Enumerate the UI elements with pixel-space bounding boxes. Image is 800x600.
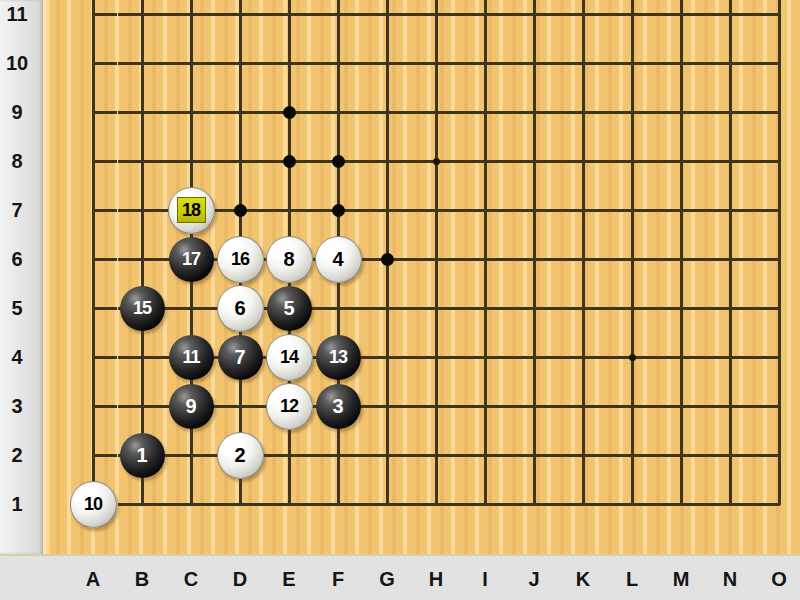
board-cell-B7[interactable] xyxy=(118,186,167,235)
go-board-grid: 181716841565117141391231210 xyxy=(69,0,800,529)
board-cell-A9[interactable] xyxy=(69,88,118,137)
column-label-I: I xyxy=(470,568,500,590)
move-number: 10 xyxy=(84,495,102,513)
last-move-badge: 18 xyxy=(177,197,206,223)
board-cell-O2[interactable] xyxy=(755,431,800,480)
move-number: 15 xyxy=(133,299,151,317)
board-cell-B3[interactable] xyxy=(118,382,167,431)
board-cell-A3[interactable] xyxy=(69,382,118,431)
column-coordinate-strip: ABCDEFGHIJKLMNO xyxy=(0,554,800,600)
row-label-6: 6 xyxy=(0,248,34,270)
board-cell-G6[interactable] xyxy=(363,235,412,284)
board-cell-J6[interactable] xyxy=(510,235,559,284)
marker-dot xyxy=(234,204,247,217)
board-cell-J2[interactable] xyxy=(510,431,559,480)
stone-white-4: 4 xyxy=(315,236,362,283)
marker-dot xyxy=(381,253,394,266)
board-cell-M11[interactable] xyxy=(657,0,706,39)
move-number: 11 xyxy=(182,348,199,366)
board-cell-L9[interactable] xyxy=(608,88,657,137)
board-cell-G1[interactable] xyxy=(363,480,412,529)
board-cell-I11[interactable] xyxy=(461,0,510,39)
move-number: 14 xyxy=(280,348,298,366)
move-number: 2 xyxy=(234,445,245,465)
board-cell-L11[interactable] xyxy=(608,0,657,39)
board-cell-F9[interactable] xyxy=(314,88,363,137)
board-cell-K9[interactable] xyxy=(559,88,608,137)
board-cell-C7[interactable]: 18 xyxy=(167,186,216,235)
board-cell-I4[interactable] xyxy=(461,333,510,382)
board-cell-B5[interactable]: 15 xyxy=(118,284,167,333)
board-cell-G9[interactable] xyxy=(363,88,412,137)
board-cell-M6[interactable] xyxy=(657,235,706,284)
board-cell-K7[interactable] xyxy=(559,186,608,235)
board-cell-E9[interactable] xyxy=(265,88,314,137)
board-cell-F4[interactable]: 13 xyxy=(314,333,363,382)
move-number: 1 xyxy=(136,445,147,465)
board-cell-J7[interactable] xyxy=(510,186,559,235)
stone-black-9: 9 xyxy=(169,384,214,429)
board-cell-O1[interactable] xyxy=(755,480,800,529)
move-number: 6 xyxy=(234,298,245,318)
board-cell-A4[interactable] xyxy=(69,333,118,382)
board-cell-F2[interactable] xyxy=(314,431,363,480)
board-cell-O9[interactable] xyxy=(755,88,800,137)
marker-dot xyxy=(332,204,345,217)
board-cell-M8[interactable] xyxy=(657,137,706,186)
board-cell-L10[interactable] xyxy=(608,39,657,88)
move-number: 3 xyxy=(332,396,343,416)
row-label-7: 7 xyxy=(0,199,34,221)
board-cell-L7[interactable] xyxy=(608,186,657,235)
board-cell-N6[interactable] xyxy=(706,235,755,284)
board-cell-A8[interactable] xyxy=(69,137,118,186)
board-cell-L2[interactable] xyxy=(608,431,657,480)
board-cell-J8[interactable] xyxy=(510,137,559,186)
board-cell-E5[interactable]: 5 xyxy=(265,284,314,333)
board-cell-B9[interactable] xyxy=(118,88,167,137)
board-cell-B1[interactable] xyxy=(118,480,167,529)
board-cell-G5[interactable] xyxy=(363,284,412,333)
column-label-E: E xyxy=(274,568,304,590)
board-cell-F10[interactable] xyxy=(314,39,363,88)
board-cell-I2[interactable] xyxy=(461,431,510,480)
column-label-K: K xyxy=(568,568,598,590)
row-label-4: 4 xyxy=(0,346,34,368)
board-cell-F1[interactable] xyxy=(314,480,363,529)
stone-white-10: 10 xyxy=(70,481,117,528)
board-cell-G7[interactable] xyxy=(363,186,412,235)
row-label-9: 9 xyxy=(0,101,34,123)
stone-white-18: 18 xyxy=(168,187,215,234)
board-cell-E8[interactable] xyxy=(265,137,314,186)
marker-dot xyxy=(283,106,296,119)
board-cell-F11[interactable] xyxy=(314,0,363,39)
board-cell-E1[interactable] xyxy=(265,480,314,529)
move-number: 12 xyxy=(280,397,298,415)
board-cell-I9[interactable] xyxy=(461,88,510,137)
board-cell-N4[interactable] xyxy=(706,333,755,382)
board-cell-B11[interactable] xyxy=(118,0,167,39)
stone-white-16: 16 xyxy=(217,236,264,283)
board-cell-O4[interactable] xyxy=(755,333,800,382)
stone-black-7: 7 xyxy=(218,335,263,380)
board-cell-N5[interactable] xyxy=(706,284,755,333)
star-point xyxy=(433,158,440,165)
board-cell-A7[interactable] xyxy=(69,186,118,235)
board-cell-J3[interactable] xyxy=(510,382,559,431)
board-cell-F6[interactable]: 4 xyxy=(314,235,363,284)
board-cell-A1[interactable]: 10 xyxy=(69,480,118,529)
board-cell-M2[interactable] xyxy=(657,431,706,480)
board-cell-J1[interactable] xyxy=(510,480,559,529)
board-cell-D11[interactable] xyxy=(216,0,265,39)
board-cell-I3[interactable] xyxy=(461,382,510,431)
board-cell-E2[interactable] xyxy=(265,431,314,480)
board-cell-B2[interactable]: 1 xyxy=(118,431,167,480)
board-cell-C2[interactable] xyxy=(167,431,216,480)
board-cell-D3[interactable] xyxy=(216,382,265,431)
stone-white-14: 14 xyxy=(266,334,313,381)
board-cell-H10[interactable] xyxy=(412,39,461,88)
board-cell-B6[interactable] xyxy=(118,235,167,284)
board-cell-L8[interactable] xyxy=(608,137,657,186)
board-cell-H5[interactable] xyxy=(412,284,461,333)
move-number: 16 xyxy=(231,250,249,268)
board-cell-F3[interactable]: 3 xyxy=(314,382,363,431)
board-cell-D5[interactable]: 6 xyxy=(216,284,265,333)
board-cell-B10[interactable] xyxy=(118,39,167,88)
go-board-app: 181716841565117141391231210 111098765432… xyxy=(0,0,800,600)
move-number: 13 xyxy=(329,348,347,366)
board-cell-B8[interactable] xyxy=(118,137,167,186)
board-cell-J11[interactable] xyxy=(510,0,559,39)
stone-black-5: 5 xyxy=(267,286,312,331)
column-label-H: H xyxy=(421,568,451,590)
board-cell-D9[interactable] xyxy=(216,88,265,137)
board-cell-D1[interactable] xyxy=(216,480,265,529)
board-cell-L1[interactable] xyxy=(608,480,657,529)
move-number: 7 xyxy=(234,347,245,367)
column-label-D: D xyxy=(225,568,255,590)
board-cell-D8[interactable] xyxy=(216,137,265,186)
board-cell-I1[interactable] xyxy=(461,480,510,529)
marker-dot xyxy=(332,155,345,168)
board-cell-E11[interactable] xyxy=(265,0,314,39)
row-label-1: 1 xyxy=(0,493,34,515)
board-cell-E7[interactable] xyxy=(265,186,314,235)
board-cell-G2[interactable] xyxy=(363,431,412,480)
board-cell-O6[interactable] xyxy=(755,235,800,284)
board-cell-C4[interactable]: 11 xyxy=(167,333,216,382)
board-cell-N10[interactable] xyxy=(706,39,755,88)
board-cell-N1[interactable] xyxy=(706,480,755,529)
board-cell-A2[interactable] xyxy=(69,431,118,480)
board-cell-A10[interactable] xyxy=(69,39,118,88)
board-cell-N9[interactable] xyxy=(706,88,755,137)
board-cell-J4[interactable] xyxy=(510,333,559,382)
board-cell-O5[interactable] xyxy=(755,284,800,333)
board-cell-K3[interactable] xyxy=(559,382,608,431)
board-cell-K6[interactable] xyxy=(559,235,608,284)
row-coordinate-strip: 1110987654321 xyxy=(0,0,43,554)
column-label-J: J xyxy=(519,568,549,590)
board-cell-H11[interactable] xyxy=(412,0,461,39)
column-label-G: G xyxy=(372,568,402,590)
board-cell-H2[interactable] xyxy=(412,431,461,480)
board-cell-I10[interactable] xyxy=(461,39,510,88)
board-cell-C5[interactable] xyxy=(167,284,216,333)
board-cell-G8[interactable] xyxy=(363,137,412,186)
board-cell-J9[interactable] xyxy=(510,88,559,137)
board-cell-H8[interactable] xyxy=(412,137,461,186)
board-cell-E10[interactable] xyxy=(265,39,314,88)
column-label-A: A xyxy=(78,568,108,590)
move-number: 9 xyxy=(185,396,196,416)
row-label-5: 5 xyxy=(0,297,34,319)
column-label-C: C xyxy=(176,568,206,590)
column-label-N: N xyxy=(715,568,745,590)
stone-black-11: 11 xyxy=(169,335,214,380)
board-cell-F8[interactable] xyxy=(314,137,363,186)
board-cell-L3[interactable] xyxy=(608,382,657,431)
board-cell-N11[interactable] xyxy=(706,0,755,39)
stone-black-13: 13 xyxy=(316,335,361,380)
board-cell-O7[interactable] xyxy=(755,186,800,235)
board-cell-M4[interactable] xyxy=(657,333,706,382)
board-cell-G3[interactable] xyxy=(363,382,412,431)
board-cell-E3[interactable]: 12 xyxy=(265,382,314,431)
board-cell-I6[interactable] xyxy=(461,235,510,284)
board-cell-M9[interactable] xyxy=(657,88,706,137)
board-cell-C11[interactable] xyxy=(167,0,216,39)
board-cell-K1[interactable] xyxy=(559,480,608,529)
board-cell-M3[interactable] xyxy=(657,382,706,431)
board-cell-F7[interactable] xyxy=(314,186,363,235)
stone-black-1: 1 xyxy=(120,433,165,478)
board-cell-D4[interactable]: 7 xyxy=(216,333,265,382)
stone-white-8: 8 xyxy=(266,236,313,283)
row-label-2: 2 xyxy=(0,444,34,466)
move-number: 4 xyxy=(332,249,343,269)
board-cell-A5[interactable] xyxy=(69,284,118,333)
board-cell-O11[interactable] xyxy=(755,0,800,39)
move-number: 17 xyxy=(182,250,200,268)
board-cell-A11[interactable] xyxy=(69,0,118,39)
board-cell-C9[interactable] xyxy=(167,88,216,137)
board-cell-F5[interactable] xyxy=(314,284,363,333)
board-cell-M5[interactable] xyxy=(657,284,706,333)
board-cell-C10[interactable] xyxy=(167,39,216,88)
stone-black-3: 3 xyxy=(316,384,361,429)
marker-dot xyxy=(283,155,296,168)
star-point xyxy=(629,354,636,361)
row-label-10: 10 xyxy=(0,52,34,74)
board-cell-D2[interactable]: 2 xyxy=(216,431,265,480)
board-cell-N3[interactable] xyxy=(706,382,755,431)
board-cell-O3[interactable] xyxy=(755,382,800,431)
board-cell-N8[interactable] xyxy=(706,137,755,186)
row-label-11: 11 xyxy=(0,3,34,25)
board-cell-G11[interactable] xyxy=(363,0,412,39)
board-cell-K8[interactable] xyxy=(559,137,608,186)
board-cell-B4[interactable] xyxy=(118,333,167,382)
board-cell-J10[interactable] xyxy=(510,39,559,88)
board-cell-N7[interactable] xyxy=(706,186,755,235)
board-cell-C3[interactable]: 9 xyxy=(167,382,216,431)
go-board: 181716841565117141391231210 xyxy=(43,0,800,554)
move-number: 8 xyxy=(283,249,294,269)
board-cell-M10[interactable] xyxy=(657,39,706,88)
column-label-O: O xyxy=(764,568,794,590)
board-cell-H3[interactable] xyxy=(412,382,461,431)
column-label-B: B xyxy=(127,568,157,590)
board-cell-D7[interactable] xyxy=(216,186,265,235)
stone-white-6: 6 xyxy=(217,285,264,332)
board-cell-I8[interactable] xyxy=(461,137,510,186)
board-cell-H9[interactable] xyxy=(412,88,461,137)
board-cell-C1[interactable] xyxy=(167,480,216,529)
board-cell-L6[interactable] xyxy=(608,235,657,284)
board-cell-H6[interactable] xyxy=(412,235,461,284)
column-label-L: L xyxy=(617,568,647,590)
stone-black-17: 17 xyxy=(169,237,214,282)
board-cell-A6[interactable] xyxy=(69,235,118,284)
board-cell-C8[interactable] xyxy=(167,137,216,186)
column-label-M: M xyxy=(666,568,696,590)
board-cell-C6[interactable]: 17 xyxy=(167,235,216,284)
board-cell-G10[interactable] xyxy=(363,39,412,88)
board-cell-K2[interactable] xyxy=(559,431,608,480)
stone-white-2: 2 xyxy=(217,432,264,479)
board-cell-O8[interactable] xyxy=(755,137,800,186)
stone-white-12: 12 xyxy=(266,383,313,430)
board-cell-K11[interactable] xyxy=(559,0,608,39)
board-cell-H1[interactable] xyxy=(412,480,461,529)
board-cell-G4[interactable] xyxy=(363,333,412,382)
stone-black-15: 15 xyxy=(120,286,165,331)
board-cell-D10[interactable] xyxy=(216,39,265,88)
board-cell-H4[interactable] xyxy=(412,333,461,382)
board-cell-J5[interactable] xyxy=(510,284,559,333)
board-cell-K5[interactable] xyxy=(559,284,608,333)
board-cell-I7[interactable] xyxy=(461,186,510,235)
board-cell-H7[interactable] xyxy=(412,186,461,235)
board-cell-D6[interactable]: 16 xyxy=(216,235,265,284)
board-cell-I5[interactable] xyxy=(461,284,510,333)
board-cell-E4[interactable]: 14 xyxy=(265,333,314,382)
board-cell-K4[interactable] xyxy=(559,333,608,382)
row-label-3: 3 xyxy=(0,395,34,417)
board-cell-L4[interactable] xyxy=(608,333,657,382)
board-cell-L5[interactable] xyxy=(608,284,657,333)
board-cell-M7[interactable] xyxy=(657,186,706,235)
board-cell-K10[interactable] xyxy=(559,39,608,88)
move-number: 5 xyxy=(283,298,294,318)
board-cell-O10[interactable] xyxy=(755,39,800,88)
board-cell-E6[interactable]: 8 xyxy=(265,235,314,284)
board-cell-M1[interactable] xyxy=(657,480,706,529)
row-label-8: 8 xyxy=(0,150,34,172)
column-label-F: F xyxy=(323,568,353,590)
board-cell-N2[interactable] xyxy=(706,431,755,480)
